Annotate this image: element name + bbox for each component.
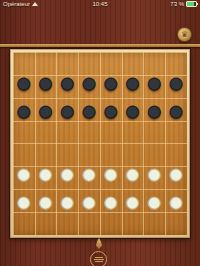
- dark-piece[interactable]: ●: [168, 69, 185, 97]
- cell-d3[interactable]: ●: [78, 161, 100, 189]
- emblem-icon: ♛: [181, 31, 188, 39]
- light-piece[interactable]: ●: [81, 160, 98, 188]
- light-piece[interactable]: ●: [81, 188, 98, 216]
- cell-g7[interactable]: ●: [144, 70, 166, 98]
- cell-b7[interactable]: ●: [35, 70, 57, 98]
- cell-a6[interactable]: ●: [13, 98, 35, 126]
- cell-b2[interactable]: ●: [35, 189, 57, 217]
- app-screen: 10:45 Opérateur 73 % ♛ ●●●●●●●●●●●●●●●●●…: [0, 0, 200, 266]
- cell-h1[interactable]: [165, 217, 187, 235]
- dark-piece[interactable]: ●: [37, 97, 54, 125]
- battery-icon: [186, 1, 197, 7]
- board-surface: ●●●●●●●●●●●●●●●●●●●●●●●●●●●●●●●●: [13, 52, 187, 235]
- light-piece[interactable]: ●: [146, 160, 163, 188]
- light-piece[interactable]: ●: [124, 160, 141, 188]
- clock: 10:45: [0, 0, 200, 8]
- cell-c2[interactable]: ●: [57, 189, 79, 217]
- cell-a7[interactable]: ●: [13, 70, 35, 98]
- light-piece[interactable]: ●: [102, 188, 119, 216]
- stamp-line: [95, 261, 103, 262]
- cell-d6[interactable]: ●: [78, 98, 100, 126]
- light-piece[interactable]: ●: [59, 160, 76, 188]
- cell-a2[interactable]: ●: [13, 189, 35, 217]
- dark-piece[interactable]: ●: [168, 97, 185, 125]
- cell-e7[interactable]: ●: [100, 70, 122, 98]
- cell-c1[interactable]: [57, 217, 79, 235]
- dark-piece[interactable]: ●: [81, 97, 98, 125]
- gold-emblem-badge[interactable]: ♛: [177, 27, 192, 42]
- cell-c7[interactable]: ●: [57, 70, 79, 98]
- cell-h7[interactable]: ●: [165, 70, 187, 98]
- light-piece[interactable]: ●: [168, 160, 185, 188]
- dark-piece[interactable]: ●: [15, 97, 32, 125]
- dark-piece[interactable]: ●: [124, 97, 141, 125]
- light-piece[interactable]: ●: [168, 188, 185, 216]
- dark-piece[interactable]: ●: [15, 69, 32, 97]
- light-piece[interactable]: ●: [15, 160, 32, 188]
- menu-stamp-button[interactable]: [90, 251, 107, 266]
- cell-f1[interactable]: [122, 217, 144, 235]
- dama-board: ●●●●●●●●●●●●●●●●●●●●●●●●●●●●●●●●: [10, 49, 190, 238]
- cell-e3[interactable]: ●: [100, 161, 122, 189]
- cell-e5[interactable]: [100, 126, 122, 144]
- cell-h6[interactable]: ●: [165, 98, 187, 126]
- dark-piece[interactable]: ●: [146, 69, 163, 97]
- cell-a5[interactable]: [13, 126, 35, 144]
- cell-f2[interactable]: ●: [122, 189, 144, 217]
- cell-c6[interactable]: ●: [57, 98, 79, 126]
- dark-piece[interactable]: ●: [37, 69, 54, 97]
- cell-h2[interactable]: ●: [165, 189, 187, 217]
- cell-e1[interactable]: [100, 217, 122, 235]
- cell-h3[interactable]: ●: [165, 161, 187, 189]
- light-piece[interactable]: ●: [15, 188, 32, 216]
- light-piece[interactable]: ●: [37, 160, 54, 188]
- dark-piece[interactable]: ●: [59, 97, 76, 125]
- cell-a3[interactable]: ●: [13, 161, 35, 189]
- flame-ornament-icon: [96, 238, 102, 249]
- cell-d7[interactable]: ●: [78, 70, 100, 98]
- stamp-line: [94, 259, 104, 260]
- light-piece[interactable]: ●: [37, 188, 54, 216]
- cell-d5[interactable]: [78, 126, 100, 144]
- battery-fill: [187, 2, 194, 6]
- cell-f3[interactable]: ●: [122, 161, 144, 189]
- cell-b6[interactable]: ●: [35, 98, 57, 126]
- cell-f7[interactable]: ●: [122, 70, 144, 98]
- cell-c3[interactable]: ●: [57, 161, 79, 189]
- status-bar: 10:45 Opérateur 73 %: [0, 0, 200, 8]
- light-piece[interactable]: ●: [59, 188, 76, 216]
- stamp-line: [95, 257, 103, 258]
- light-piece[interactable]: ●: [146, 188, 163, 216]
- dark-piece[interactable]: ●: [124, 69, 141, 97]
- dark-piece[interactable]: ●: [146, 97, 163, 125]
- top-divider: [0, 44, 200, 47]
- light-piece[interactable]: ●: [102, 160, 119, 188]
- cell-d1[interactable]: [78, 217, 100, 235]
- cell-c5[interactable]: [57, 126, 79, 144]
- cell-f6[interactable]: ●: [122, 98, 144, 126]
- cell-e6[interactable]: ●: [100, 98, 122, 126]
- cell-b3[interactable]: ●: [35, 161, 57, 189]
- cell-a1[interactable]: [13, 217, 35, 235]
- cell-b1[interactable]: [35, 217, 57, 235]
- board-grid: ●●●●●●●●●●●●●●●●●●●●●●●●●●●●●●●●: [13, 52, 187, 235]
- cell-g3[interactable]: ●: [144, 161, 166, 189]
- light-piece[interactable]: ●: [124, 188, 141, 216]
- cell-d2[interactable]: ●: [78, 189, 100, 217]
- cell-h5[interactable]: [165, 126, 187, 144]
- dark-piece[interactable]: ●: [102, 69, 119, 97]
- cell-b5[interactable]: [35, 126, 57, 144]
- dark-piece[interactable]: ●: [81, 69, 98, 97]
- dark-piece[interactable]: ●: [102, 97, 119, 125]
- cell-g2[interactable]: ●: [144, 189, 166, 217]
- cell-g1[interactable]: [144, 217, 166, 235]
- cell-g5[interactable]: [144, 126, 166, 144]
- dark-piece[interactable]: ●: [59, 69, 76, 97]
- cell-e2[interactable]: ●: [100, 189, 122, 217]
- cell-g6[interactable]: ●: [144, 98, 166, 126]
- cell-f5[interactable]: [122, 126, 144, 144]
